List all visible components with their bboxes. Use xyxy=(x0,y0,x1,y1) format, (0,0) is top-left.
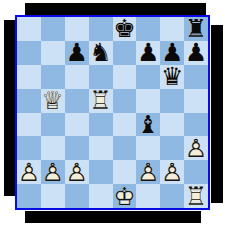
piece-white-pawn-outline: ♙ xyxy=(136,160,160,184)
piece-black-rook: ♜ xyxy=(184,17,208,41)
piece-white-pawn: ♟ xyxy=(160,160,184,184)
piece-white-pawn-outline: ♙ xyxy=(184,136,208,160)
square-g8[interactable] xyxy=(160,17,184,41)
square-h6[interactable] xyxy=(184,65,208,89)
square-e7[interactable] xyxy=(113,41,137,65)
square-a8[interactable] xyxy=(17,17,41,41)
square-h2[interactable] xyxy=(184,160,208,184)
piece-white-pawn-outline: ♙ xyxy=(17,160,41,184)
piece-black-pawn: ♟ xyxy=(184,41,208,65)
square-d7[interactable]: ♞ xyxy=(89,41,113,65)
piece-black-pawn: ♟ xyxy=(136,41,160,65)
square-b4[interactable] xyxy=(41,113,65,137)
piece-white-king-outline: ♔ xyxy=(113,184,137,208)
piece-white-pawn: ♟ xyxy=(65,160,89,184)
piece-white-pawn-outline: ♙ xyxy=(65,160,89,184)
square-h3[interactable]: ♟♙ xyxy=(184,136,208,160)
square-f4[interactable]: ♝ xyxy=(136,113,160,137)
square-e3[interactable] xyxy=(113,136,137,160)
square-e1[interactable]: ♚♔ xyxy=(113,184,137,208)
piece-white-pawn: ♟ xyxy=(184,136,208,160)
square-h8[interactable]: ♜ xyxy=(184,17,208,41)
square-d1[interactable] xyxy=(89,184,113,208)
square-d4[interactable] xyxy=(89,113,113,137)
piece-black-pawn: ♟ xyxy=(160,41,184,65)
square-g1[interactable] xyxy=(160,184,184,208)
piece-white-rook: ♜ xyxy=(89,89,113,113)
square-g7[interactable]: ♟ xyxy=(160,41,184,65)
square-d8[interactable] xyxy=(89,17,113,41)
shadow-bar-top xyxy=(25,3,206,15)
square-a3[interactable] xyxy=(17,136,41,160)
square-h1[interactable]: ♜♖ xyxy=(184,184,208,208)
square-h5[interactable] xyxy=(184,89,208,113)
piece-white-rook: ♜ xyxy=(184,184,208,208)
piece-black-bishop: ♝ xyxy=(136,113,160,137)
square-b6[interactable] xyxy=(41,65,65,89)
square-f5[interactable] xyxy=(136,89,160,113)
square-a2[interactable]: ♟♙ xyxy=(17,160,41,184)
piece-white-queen: ♛ xyxy=(41,89,65,113)
square-c1[interactable] xyxy=(65,184,89,208)
square-e8[interactable]: ♚ xyxy=(113,17,137,41)
shadow-bar-right xyxy=(211,25,223,203)
piece-white-pawn-outline: ♙ xyxy=(41,160,65,184)
board: ♚♜♟♞♟♟♟♛♛♕♜♖♝♟♙♟♙♟♙♟♙♟♙♟♙♚♔♜♖ xyxy=(15,15,210,210)
shadow-bar-left xyxy=(4,20,15,196)
square-g3[interactable] xyxy=(160,136,184,160)
square-e2[interactable] xyxy=(113,160,137,184)
square-a6[interactable] xyxy=(17,65,41,89)
square-h4[interactable] xyxy=(184,113,208,137)
square-a5[interactable] xyxy=(17,89,41,113)
square-d2[interactable] xyxy=(89,160,113,184)
square-b3[interactable] xyxy=(41,136,65,160)
piece-black-queen: ♛ xyxy=(160,65,184,89)
square-b1[interactable] xyxy=(41,184,65,208)
piece-black-pawn: ♟ xyxy=(65,41,89,65)
square-b5[interactable]: ♛♕ xyxy=(41,89,65,113)
square-g2[interactable]: ♟♙ xyxy=(160,160,184,184)
square-g6[interactable]: ♛ xyxy=(160,65,184,89)
square-e6[interactable] xyxy=(113,65,137,89)
square-b7[interactable] xyxy=(41,41,65,65)
piece-white-king: ♚ xyxy=(113,184,137,208)
square-d6[interactable] xyxy=(89,65,113,89)
square-f3[interactable] xyxy=(136,136,160,160)
square-f2[interactable]: ♟♙ xyxy=(136,160,160,184)
piece-white-rook-outline: ♖ xyxy=(89,89,113,113)
piece-white-rook-outline: ♖ xyxy=(184,184,208,208)
piece-white-pawn: ♟ xyxy=(136,160,160,184)
square-c6[interactable] xyxy=(65,65,89,89)
piece-black-king: ♚ xyxy=(113,17,137,41)
piece-white-pawn-outline: ♙ xyxy=(160,160,184,184)
square-d5[interactable]: ♜♖ xyxy=(89,89,113,113)
square-d3[interactable] xyxy=(89,136,113,160)
square-c8[interactable] xyxy=(65,17,89,41)
square-e4[interactable] xyxy=(113,113,137,137)
square-c5[interactable] xyxy=(65,89,89,113)
square-a1[interactable] xyxy=(17,184,41,208)
square-g4[interactable] xyxy=(160,113,184,137)
square-e5[interactable] xyxy=(113,89,137,113)
shadow-bar-bottom xyxy=(25,211,201,223)
square-f1[interactable] xyxy=(136,184,160,208)
square-c4[interactable] xyxy=(65,113,89,137)
piece-white-queen-outline: ♕ xyxy=(41,89,65,113)
piece-white-pawn: ♟ xyxy=(17,160,41,184)
piece-white-pawn: ♟ xyxy=(41,160,65,184)
square-f6[interactable] xyxy=(136,65,160,89)
piece-black-knight: ♞ xyxy=(89,41,113,65)
square-b2[interactable]: ♟♙ xyxy=(41,160,65,184)
square-f7[interactable]: ♟ xyxy=(136,41,160,65)
square-a7[interactable] xyxy=(17,41,41,65)
square-c3[interactable] xyxy=(65,136,89,160)
square-f8[interactable] xyxy=(136,17,160,41)
square-a4[interactable] xyxy=(17,113,41,137)
square-c7[interactable]: ♟ xyxy=(65,41,89,65)
square-g5[interactable] xyxy=(160,89,184,113)
square-b8[interactable] xyxy=(41,17,65,41)
square-h7[interactable]: ♟ xyxy=(184,41,208,65)
square-c2[interactable]: ♟♙ xyxy=(65,160,89,184)
